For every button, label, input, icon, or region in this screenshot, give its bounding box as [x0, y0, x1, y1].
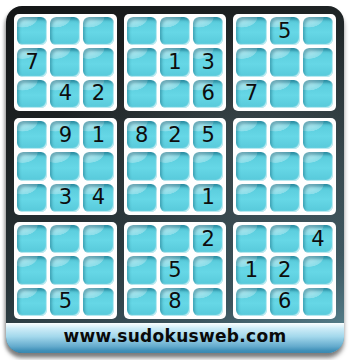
sudoku-board-frame: 742 136 57 9134 8251 5 258 4126 www.sudo… [6, 6, 344, 353]
cell-r6c3[interactable]: 4 [83, 184, 113, 212]
cell-r9c6[interactable] [193, 288, 223, 316]
website-link[interactable]: www.sudokusweb.com [64, 326, 287, 346]
box-r2c2: 8251 [124, 118, 227, 215]
cell-r5c9[interactable] [303, 152, 333, 180]
cell-r5c6[interactable] [193, 152, 223, 180]
cell-r6c7[interactable] [236, 184, 266, 212]
cell-r6c1[interactable] [17, 184, 47, 212]
cell-r4c2[interactable]: 9 [50, 121, 80, 149]
cell-r3c5[interactable] [160, 80, 190, 108]
cell-r5c8[interactable] [270, 152, 300, 180]
cell-r3c9[interactable] [303, 80, 333, 108]
cell-r9c8[interactable]: 6 [270, 288, 300, 316]
cell-r5c2[interactable] [50, 152, 80, 180]
cell-r8c5[interactable]: 5 [160, 256, 190, 284]
cell-r2c7[interactable] [236, 48, 266, 76]
cell-r4c9[interactable] [303, 121, 333, 149]
cell-r2c3[interactable] [83, 48, 113, 76]
cell-r5c4[interactable] [127, 152, 157, 180]
cell-r5c1[interactable] [17, 152, 47, 180]
cell-r8c3[interactable] [83, 256, 113, 284]
cell-r9c5[interactable]: 8 [160, 288, 190, 316]
cell-r3c1[interactable] [17, 80, 47, 108]
cell-r4c4[interactable]: 8 [127, 121, 157, 149]
cell-r5c3[interactable] [83, 152, 113, 180]
cell-r1c5[interactable] [160, 17, 190, 45]
cell-r8c4[interactable] [127, 256, 157, 284]
cell-r7c7[interactable] [236, 225, 266, 253]
cell-r7c6[interactable]: 2 [193, 225, 223, 253]
cell-r7c2[interactable] [50, 225, 80, 253]
cell-r1c1[interactable] [17, 17, 47, 45]
cell-r9c7[interactable] [236, 288, 266, 316]
cell-r1c9[interactable] [303, 17, 333, 45]
cell-r1c2[interactable] [50, 17, 80, 45]
footer-banner: www.sudokusweb.com [6, 323, 344, 353]
cell-r9c1[interactable] [17, 288, 47, 316]
cell-r2c4[interactable] [127, 48, 157, 76]
box-r3c2: 258 [124, 222, 227, 319]
box-r2c3 [233, 118, 336, 215]
cell-r2c9[interactable] [303, 48, 333, 76]
cell-r4c8[interactable] [270, 121, 300, 149]
cell-r9c2[interactable]: 5 [50, 288, 80, 316]
cell-r1c3[interactable] [83, 17, 113, 45]
cell-r6c4[interactable] [127, 184, 157, 212]
cell-r4c3[interactable]: 1 [83, 121, 113, 149]
cell-r4c7[interactable] [236, 121, 266, 149]
cell-r3c4[interactable] [127, 80, 157, 108]
box-r3c3: 4126 [233, 222, 336, 319]
cell-r3c3[interactable]: 2 [83, 80, 113, 108]
cell-r1c6[interactable] [193, 17, 223, 45]
cell-r2c8[interactable] [270, 48, 300, 76]
cell-r3c2[interactable]: 4 [50, 80, 80, 108]
cell-r6c2[interactable]: 3 [50, 184, 80, 212]
cell-r8c1[interactable] [17, 256, 47, 284]
cell-r7c9[interactable]: 4 [303, 225, 333, 253]
cell-r4c5[interactable]: 2 [160, 121, 190, 149]
cell-r8c7[interactable]: 1 [236, 256, 266, 284]
sudoku-grid: 742 136 57 9134 8251 5 258 4126 [6, 6, 344, 323]
box-r1c1: 742 [14, 14, 117, 111]
cell-r3c8[interactable] [270, 80, 300, 108]
cell-r6c9[interactable] [303, 184, 333, 212]
page: 742 136 57 9134 8251 5 258 4126 www.sudo… [0, 0, 350, 360]
box-r1c2: 136 [124, 14, 227, 111]
cell-r7c4[interactable] [127, 225, 157, 253]
cell-r8c6[interactable] [193, 256, 223, 284]
cell-r6c8[interactable] [270, 184, 300, 212]
cell-r2c5[interactable]: 1 [160, 48, 190, 76]
cell-r7c8[interactable] [270, 225, 300, 253]
cell-r2c1[interactable]: 7 [17, 48, 47, 76]
cell-r8c8[interactable]: 2 [270, 256, 300, 284]
box-r2c1: 9134 [14, 118, 117, 215]
cell-r1c8[interactable]: 5 [270, 17, 300, 45]
cell-r7c3[interactable] [83, 225, 113, 253]
cell-r1c4[interactable] [127, 17, 157, 45]
box-r3c1: 5 [14, 222, 117, 319]
cell-r9c3[interactable] [83, 288, 113, 316]
cell-r6c6[interactable]: 1 [193, 184, 223, 212]
cell-r4c1[interactable] [17, 121, 47, 149]
cell-r7c1[interactable] [17, 225, 47, 253]
cell-r7c5[interactable] [160, 225, 190, 253]
cell-r9c4[interactable] [127, 288, 157, 316]
cell-r3c6[interactable]: 6 [193, 80, 223, 108]
cell-r9c9[interactable] [303, 288, 333, 316]
cell-r8c9[interactable] [303, 256, 333, 284]
cell-r5c7[interactable] [236, 152, 266, 180]
cell-r3c7[interactable]: 7 [236, 80, 266, 108]
cell-r2c2[interactable] [50, 48, 80, 76]
cell-r2c6[interactable]: 3 [193, 48, 223, 76]
cell-r6c5[interactable] [160, 184, 190, 212]
cell-r4c6[interactable]: 5 [193, 121, 223, 149]
cell-r8c2[interactable] [50, 256, 80, 284]
box-r1c3: 57 [233, 14, 336, 111]
cell-r5c5[interactable] [160, 152, 190, 180]
cell-r1c7[interactable] [236, 17, 266, 45]
